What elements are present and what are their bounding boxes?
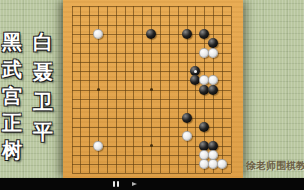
black-stone bbox=[199, 29, 209, 39]
label-char: 宫 bbox=[2, 86, 22, 106]
star-point bbox=[150, 144, 153, 147]
white-stone bbox=[208, 75, 218, 85]
last-move-marker bbox=[194, 70, 197, 73]
black-stone bbox=[182, 113, 192, 123]
grid-line-vertical bbox=[160, 6, 161, 173]
grid-line-horizontal bbox=[72, 99, 231, 100]
label-char: 平 bbox=[33, 122, 53, 142]
black-player-label: 黑武宫正树 bbox=[1, 32, 23, 160]
grid-line-horizontal bbox=[72, 136, 231, 137]
black-stone bbox=[182, 29, 192, 39]
label-char: 聂 bbox=[33, 62, 53, 82]
watermark: 徐老师围棋教室 bbox=[246, 159, 304, 172]
grid-line-vertical bbox=[231, 6, 232, 173]
pause-icon[interactable] bbox=[113, 181, 120, 187]
grid-line-vertical bbox=[169, 6, 170, 173]
black-stone bbox=[146, 29, 156, 39]
video-frame: 黑武宫正树 白聂卫平 徐老师围棋教室 bbox=[0, 0, 304, 190]
grid-line-vertical bbox=[178, 6, 179, 173]
star-point bbox=[150, 88, 153, 91]
go-board bbox=[63, 0, 243, 178]
white-stone bbox=[93, 29, 103, 39]
grid-line-vertical bbox=[222, 6, 223, 173]
black-stone bbox=[208, 38, 218, 48]
black-stone bbox=[208, 85, 218, 95]
white-stone bbox=[208, 48, 218, 58]
label-char: 白 bbox=[33, 32, 53, 52]
grid-line-horizontal bbox=[72, 118, 231, 119]
white-stone bbox=[217, 159, 227, 169]
white-stone bbox=[182, 131, 192, 141]
black-stone bbox=[199, 122, 209, 132]
grid-line-horizontal bbox=[72, 173, 231, 174]
white-stone bbox=[93, 141, 103, 151]
star-point bbox=[97, 88, 100, 91]
grid-line-vertical bbox=[195, 6, 196, 173]
white-player-label: 白聂卫平 bbox=[32, 32, 54, 142]
label-char: 卫 bbox=[33, 92, 53, 112]
grid-line-horizontal bbox=[72, 108, 231, 109]
player-bar bbox=[0, 178, 304, 190]
label-char: 黑 bbox=[2, 32, 22, 52]
black-stone bbox=[208, 141, 218, 151]
label-char: 正 bbox=[2, 113, 22, 133]
label-char: 树 bbox=[2, 140, 22, 160]
play-control-glyph[interactable] bbox=[132, 182, 137, 186]
label-char: 武 bbox=[2, 59, 22, 79]
